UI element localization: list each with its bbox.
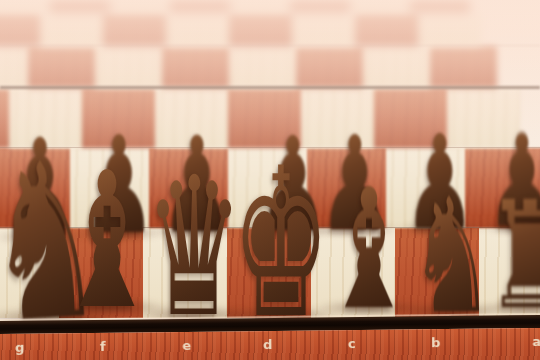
square-c3	[290, 0, 350, 12]
file-label-d: d	[263, 337, 273, 352]
file-label-g: g	[15, 340, 25, 355]
square-f5	[95, 46, 162, 88]
square-h3	[0, 0, 50, 12]
square-a4	[418, 12, 481, 46]
file-label-a: a	[532, 334, 540, 349]
piece-bishop-f8: ♝	[55, 147, 159, 335]
file-label-b: b	[431, 335, 441, 350]
square-e5	[162, 46, 229, 88]
file-label-f: f	[100, 339, 106, 354]
square-b5	[363, 46, 430, 88]
board-rank-5	[0, 46, 540, 88]
square-a5	[430, 46, 497, 88]
square-d3	[230, 0, 290, 12]
file-label-c: c	[348, 336, 356, 351]
piece-bishop-c8: ♝	[323, 167, 415, 333]
square-b4	[355, 12, 418, 46]
board-rank-3	[0, 0, 540, 12]
square-h4	[0, 12, 40, 46]
square-e3	[170, 0, 230, 12]
square-g3	[50, 0, 110, 12]
piece-queen-e8: ♛	[145, 152, 243, 344]
board-rank-4	[0, 12, 540, 46]
square-a3	[410, 0, 470, 12]
square-g5	[28, 46, 95, 88]
chess-board-photo: ♞♝♛♚♝♞♜♟♟♟♟♟♟♟ gfedcba	[0, 0, 540, 360]
square-b3	[350, 0, 410, 12]
piece-knight-b8: ♞	[410, 177, 495, 335]
board-frame: gfedcba	[0, 313, 540, 360]
square-e4	[166, 12, 229, 46]
file-label-e: e	[182, 338, 191, 353]
square-d4	[229, 12, 292, 46]
square-h5	[0, 46, 28, 88]
piece-rook-a8: ♜	[485, 182, 540, 330]
square-d5	[229, 46, 296, 88]
square-g4	[40, 12, 103, 46]
square-c5	[296, 46, 363, 88]
square-c4	[292, 12, 355, 46]
board-border-strip: gfedcba	[0, 328, 540, 360]
square-f4	[103, 12, 166, 46]
square-f3	[110, 0, 170, 12]
